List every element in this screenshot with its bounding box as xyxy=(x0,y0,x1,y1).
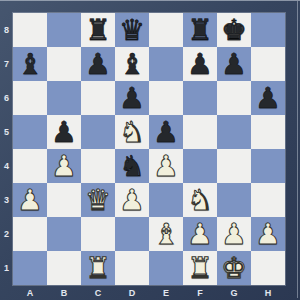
file-label-b: B xyxy=(47,285,81,300)
rank-labels: 87654321 xyxy=(0,13,13,285)
piece-white-queen: ♛ xyxy=(85,183,111,217)
square-h2[interactable]: ♟ xyxy=(251,217,285,251)
square-g1[interactable]: ♚ xyxy=(217,251,251,285)
square-g2[interactable]: ♟ xyxy=(217,217,251,251)
square-f2[interactable]: ♟ xyxy=(183,217,217,251)
square-a5[interactable] xyxy=(13,115,47,149)
square-d3[interactable]: ♟ xyxy=(115,183,149,217)
rank-label-7: 7 xyxy=(0,47,13,81)
square-e4[interactable]: ♟ xyxy=(149,149,183,183)
square-b7[interactable] xyxy=(47,47,81,81)
square-c1[interactable]: ♜ xyxy=(81,251,115,285)
file-label-d: D xyxy=(115,285,149,300)
file-label-g: G xyxy=(217,285,251,300)
square-c3[interactable]: ♛ xyxy=(81,183,115,217)
square-c2[interactable] xyxy=(81,217,115,251)
square-c7[interactable]: ♟ xyxy=(81,47,115,81)
square-b4[interactable]: ♟ xyxy=(47,149,81,183)
square-f6[interactable] xyxy=(183,81,217,115)
square-a7[interactable]: ♝ xyxy=(13,47,47,81)
square-d5[interactable]: ♞ xyxy=(115,115,149,149)
square-b1[interactable] xyxy=(47,251,81,285)
piece-black-pawn: ♟ xyxy=(255,81,281,115)
file-label-h: H xyxy=(251,285,285,300)
piece-black-pawn: ♟ xyxy=(187,47,213,81)
square-f5[interactable] xyxy=(183,115,217,149)
piece-black-rook: ♜ xyxy=(187,13,213,47)
rank-label-5: 5 xyxy=(0,115,13,149)
piece-white-pawn: ♟ xyxy=(187,217,213,251)
piece-white-pawn: ♟ xyxy=(17,183,43,217)
square-a2[interactable] xyxy=(13,217,47,251)
square-g4[interactable] xyxy=(217,149,251,183)
square-c6[interactable] xyxy=(81,81,115,115)
square-g8[interactable]: ♚ xyxy=(217,13,251,47)
square-d6[interactable]: ♟ xyxy=(115,81,149,115)
piece-black-bishop: ♝ xyxy=(17,47,43,81)
square-d1[interactable] xyxy=(115,251,149,285)
file-labels: ABCDEFGH xyxy=(13,285,285,300)
square-g6[interactable] xyxy=(217,81,251,115)
piece-white-pawn: ♟ xyxy=(255,217,281,251)
square-b5[interactable]: ♟ xyxy=(47,115,81,149)
square-d7[interactable]: ♝ xyxy=(115,47,149,81)
square-g5[interactable] xyxy=(217,115,251,149)
piece-white-king: ♚ xyxy=(221,251,247,285)
rank-label-2: 2 xyxy=(0,217,13,251)
rank-label-4: 4 xyxy=(0,149,13,183)
rank-label-1: 1 xyxy=(0,251,13,285)
square-e5[interactable]: ♟ xyxy=(149,115,183,149)
piece-black-pawn: ♟ xyxy=(153,115,179,149)
square-h4[interactable] xyxy=(251,149,285,183)
square-f8[interactable]: ♜ xyxy=(183,13,217,47)
square-e3[interactable] xyxy=(149,183,183,217)
square-f3[interactable]: ♞ xyxy=(183,183,217,217)
square-c5[interactable] xyxy=(81,115,115,149)
square-c8[interactable]: ♜ xyxy=(81,13,115,47)
file-label-c: C xyxy=(81,285,115,300)
piece-black-pawn: ♟ xyxy=(221,47,247,81)
square-a3[interactable]: ♟ xyxy=(13,183,47,217)
piece-black-pawn: ♟ xyxy=(119,81,145,115)
square-a8[interactable] xyxy=(13,13,47,47)
chess-board-frame: ♜♛♜♚♝♟♝♟♟♟♟♟♞♟♟♞♟♟♛♟♞♝♟♟♟♜♜♚ 87654321 AB… xyxy=(0,0,300,300)
square-e2[interactable]: ♝ xyxy=(149,217,183,251)
square-h5[interactable] xyxy=(251,115,285,149)
rank-label-3: 3 xyxy=(0,183,13,217)
square-b8[interactable] xyxy=(47,13,81,47)
piece-black-bishop: ♝ xyxy=(119,47,145,81)
piece-white-bishop: ♝ xyxy=(153,217,179,251)
square-d2[interactable] xyxy=(115,217,149,251)
piece-black-king: ♚ xyxy=(221,13,247,47)
square-e1[interactable] xyxy=(149,251,183,285)
square-h3[interactable] xyxy=(251,183,285,217)
piece-white-knight: ♞ xyxy=(187,183,213,217)
square-a4[interactable] xyxy=(13,149,47,183)
square-d4[interactable]: ♞ xyxy=(115,149,149,183)
square-f4[interactable] xyxy=(183,149,217,183)
square-b6[interactable] xyxy=(47,81,81,115)
rank-label-8: 8 xyxy=(0,13,13,47)
square-g3[interactable] xyxy=(217,183,251,217)
piece-white-pawn: ♟ xyxy=(153,149,179,183)
file-label-f: F xyxy=(183,285,217,300)
piece-black-queen: ♛ xyxy=(119,13,145,47)
square-a1[interactable] xyxy=(13,251,47,285)
piece-black-pawn: ♟ xyxy=(51,115,77,149)
piece-white-rook: ♜ xyxy=(187,251,213,285)
piece-white-rook: ♜ xyxy=(85,251,111,285)
file-label-a: A xyxy=(13,285,47,300)
square-h6[interactable]: ♟ xyxy=(251,81,285,115)
square-b3[interactable] xyxy=(47,183,81,217)
piece-black-knight: ♞ xyxy=(119,149,145,183)
square-e7[interactable] xyxy=(149,47,183,81)
square-c4[interactable] xyxy=(81,149,115,183)
piece-black-rook: ♜ xyxy=(85,13,111,47)
rank-label-6: 6 xyxy=(0,81,13,115)
square-f7[interactable]: ♟ xyxy=(183,47,217,81)
piece-white-pawn: ♟ xyxy=(119,183,145,217)
square-a6[interactable] xyxy=(13,81,47,115)
piece-white-pawn: ♟ xyxy=(51,149,77,183)
square-d8[interactable]: ♛ xyxy=(115,13,149,47)
piece-white-pawn: ♟ xyxy=(221,217,247,251)
square-h8[interactable] xyxy=(251,13,285,47)
piece-black-pawn: ♟ xyxy=(85,47,111,81)
chess-board: ♜♛♜♚♝♟♝♟♟♟♟♟♞♟♟♞♟♟♛♟♞♝♟♟♟♜♜♚ xyxy=(13,13,285,285)
square-h7[interactable] xyxy=(251,47,285,81)
square-h1[interactable] xyxy=(251,251,285,285)
square-e8[interactable] xyxy=(149,13,183,47)
square-g7[interactable]: ♟ xyxy=(217,47,251,81)
square-e6[interactable] xyxy=(149,81,183,115)
square-b2[interactable] xyxy=(47,217,81,251)
piece-white-knight: ♞ xyxy=(119,115,145,149)
square-f1[interactable]: ♜ xyxy=(183,251,217,285)
file-label-e: E xyxy=(149,285,183,300)
